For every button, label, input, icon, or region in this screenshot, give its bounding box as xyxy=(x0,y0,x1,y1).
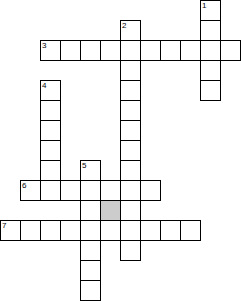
crossword-cell[interactable] xyxy=(100,180,121,201)
crossword-cell[interactable] xyxy=(120,40,141,61)
crossword-cell[interactable] xyxy=(200,80,221,101)
crossword-cell[interactable] xyxy=(80,240,101,261)
crossword-cell[interactable] xyxy=(120,200,141,221)
clue-number: 1 xyxy=(202,1,206,10)
crossword-cell[interactable] xyxy=(140,40,161,61)
crossword-cell[interactable] xyxy=(140,220,161,241)
crossword-cell[interactable] xyxy=(140,180,161,201)
clue-number: 6 xyxy=(22,181,26,190)
crossword-cell[interactable]: 3 xyxy=(40,40,61,61)
crossword-cell[interactable] xyxy=(160,40,181,61)
crossword-cell[interactable] xyxy=(120,180,141,201)
crossword-cell[interactable] xyxy=(200,20,221,41)
crossword-cell[interactable] xyxy=(100,40,121,61)
crossword-cell[interactable] xyxy=(40,120,61,141)
crossword-cell[interactable] xyxy=(60,220,81,241)
crossword-cell[interactable] xyxy=(200,40,221,61)
crossword-cell[interactable] xyxy=(20,220,41,241)
crossword-cell[interactable] xyxy=(120,220,141,241)
crossword-cell[interactable] xyxy=(220,40,241,61)
crossword-cell[interactable] xyxy=(80,260,101,281)
crossword-cell[interactable] xyxy=(120,80,141,101)
clue-number: 4 xyxy=(42,81,46,90)
crossword-cell[interactable] xyxy=(120,240,141,261)
crossword-cell[interactable] xyxy=(60,180,81,201)
crossword-cell[interactable] xyxy=(120,120,141,141)
clue-number: 5 xyxy=(82,161,86,170)
crossword-cell[interactable]: 1 xyxy=(200,0,221,21)
crossword-cell[interactable]: 6 xyxy=(20,180,41,201)
crossword-cell[interactable] xyxy=(40,180,61,201)
crossword-cell[interactable] xyxy=(80,220,101,241)
clue-number: 7 xyxy=(2,221,6,230)
crossword-cell[interactable] xyxy=(40,100,61,121)
crossword-grid: 1234567 xyxy=(0,0,241,301)
crossword-cell[interactable] xyxy=(200,60,221,81)
crossword-cell[interactable] xyxy=(120,140,141,161)
clue-number: 2 xyxy=(122,21,126,30)
crossword-cell[interactable] xyxy=(180,220,201,241)
crossword-cell[interactable] xyxy=(160,220,181,241)
crossword-cell-shaded[interactable] xyxy=(100,200,121,221)
crossword-cell[interactable] xyxy=(40,140,61,161)
clue-number: 3 xyxy=(42,41,46,50)
crossword-cell[interactable] xyxy=(180,40,201,61)
crossword-cell[interactable] xyxy=(80,200,101,221)
crossword-cell[interactable] xyxy=(80,180,101,201)
crossword-cell[interactable] xyxy=(40,220,61,241)
crossword-cell[interactable] xyxy=(80,40,101,61)
crossword-cell[interactable] xyxy=(120,60,141,81)
crossword-cell[interactable] xyxy=(60,40,81,61)
crossword-cell[interactable] xyxy=(80,280,101,301)
crossword-cell[interactable] xyxy=(120,160,141,181)
crossword-cell[interactable]: 5 xyxy=(80,160,101,181)
crossword-cell[interactable] xyxy=(100,220,121,241)
crossword-cell[interactable]: 7 xyxy=(0,220,21,241)
crossword-cell[interactable] xyxy=(120,100,141,121)
crossword-cell[interactable]: 4 xyxy=(40,80,61,101)
crossword-cell[interactable] xyxy=(40,160,61,181)
crossword-cell[interactable]: 2 xyxy=(120,20,141,41)
